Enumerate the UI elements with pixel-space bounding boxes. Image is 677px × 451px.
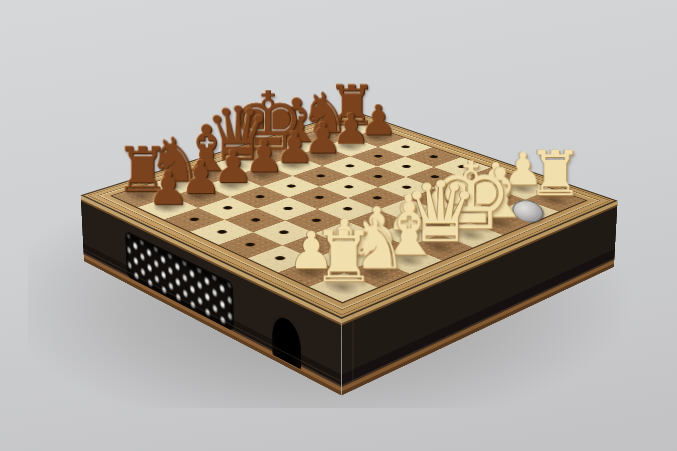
peg-hole xyxy=(220,205,236,211)
peg-hole xyxy=(242,242,259,249)
peg-hole xyxy=(214,229,230,236)
finger-notch[interactable] xyxy=(272,312,301,370)
piece-white-rook[interactable]: ♜ xyxy=(527,149,583,200)
peg-hole xyxy=(279,206,295,212)
photo-canvas: ♜♟♟♜♞♟♟♝♟♟♝♚♟♟♚♛♟♟♛♝♟♟♝♞♟♟♞♜♟♟♜ Overhead… xyxy=(0,0,677,451)
lid-seam xyxy=(352,314,353,391)
peg-hole xyxy=(283,184,298,190)
piece-white-rook[interactable]: ♜ xyxy=(312,229,375,287)
scene: ♜♟♟♜♞♟♟♝♟♟♝♚♟♟♚♛♟♟♛♝♟♟♝♞♟♟♞♜♟♟♜ xyxy=(0,0,677,451)
peg-hole xyxy=(398,145,412,150)
piece-black-pawn[interactable]: ♟ xyxy=(147,169,189,207)
peg-hole xyxy=(247,217,263,223)
peg-hole xyxy=(186,216,202,222)
peg-hole xyxy=(342,164,357,169)
peg-hole xyxy=(341,184,356,190)
peg-hole xyxy=(311,195,327,201)
peg-hole xyxy=(371,154,386,159)
peg-hole xyxy=(272,255,289,262)
peg-hole xyxy=(370,174,385,179)
chess-box: ♜♟♟♜♞♟♟♝♟♟♝♚♟♟♚♛♟♟♛♝♟♟♝♞♟♟♞♜♟♟♜ xyxy=(80,110,617,319)
peg-hole xyxy=(252,194,268,200)
